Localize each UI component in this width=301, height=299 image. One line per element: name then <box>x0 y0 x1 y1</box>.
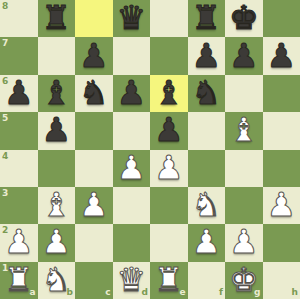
square-a8[interactable]: 8 <box>0 0 38 37</box>
white-pawn-b2[interactable]: ♟ <box>41 225 71 258</box>
square-d3[interactable] <box>113 187 151 224</box>
white-pawn-e4[interactable]: ♟ <box>154 151 184 184</box>
white-pawn-f2[interactable]: ♟ <box>191 225 221 258</box>
square-a5[interactable]: 5 <box>0 112 38 149</box>
black-pawn-h7[interactable]: ♟ <box>266 39 296 72</box>
square-a6[interactable]: 6♟ <box>0 75 38 112</box>
black-rook-f8[interactable]: ♜ <box>191 1 221 34</box>
square-c8[interactable] <box>75 0 113 37</box>
white-bishop-b3[interactable]: ♝ <box>41 188 71 221</box>
black-queen-d8[interactable]: ♛ <box>116 1 146 34</box>
square-c5[interactable] <box>75 112 113 149</box>
rank-label-5: 5 <box>2 114 8 123</box>
square-h7[interactable]: ♟ <box>263 37 301 74</box>
white-pawn-g2[interactable]: ♟ <box>229 225 259 258</box>
white-pawn-c3[interactable]: ♟ <box>79 188 109 221</box>
square-g7[interactable]: ♟ <box>225 37 263 74</box>
chess-board[interactable]: 8♜♛♜♚7♟♟♟♟6♟♝♞♟♝♞5♟♟♝4♟♟3♝♟♞♟2♟♟♟♟1a♜b♞c… <box>0 0 300 299</box>
square-h6[interactable] <box>263 75 301 112</box>
square-c2[interactable] <box>75 224 113 261</box>
square-h4[interactable] <box>263 150 301 187</box>
square-f4[interactable] <box>188 150 226 187</box>
square-b8[interactable]: ♜ <box>38 0 76 37</box>
square-b5[interactable]: ♟ <box>38 112 76 149</box>
square-e2[interactable] <box>150 224 188 261</box>
black-rook-b8[interactable]: ♜ <box>41 1 71 34</box>
square-h3[interactable]: ♟ <box>263 187 301 224</box>
square-b4[interactable] <box>38 150 76 187</box>
black-pawn-f7[interactable]: ♟ <box>191 39 221 72</box>
black-king-g8[interactable]: ♚ <box>229 1 259 34</box>
black-bishop-e6[interactable]: ♝ <box>154 76 184 109</box>
square-c7[interactable]: ♟ <box>75 37 113 74</box>
square-f2[interactable]: ♟ <box>188 224 226 261</box>
square-h5[interactable] <box>263 112 301 149</box>
white-rook-e1[interactable]: ♜ <box>154 263 184 296</box>
square-b3[interactable]: ♝ <box>38 187 76 224</box>
rank-label-8: 8 <box>2 2 8 11</box>
square-g4[interactable] <box>225 150 263 187</box>
square-d6[interactable]: ♟ <box>113 75 151 112</box>
square-g3[interactable] <box>225 187 263 224</box>
square-g2[interactable]: ♟ <box>225 224 263 261</box>
square-g6[interactable] <box>225 75 263 112</box>
square-f1[interactable]: f <box>188 262 226 299</box>
square-d7[interactable] <box>113 37 151 74</box>
square-a2[interactable]: 2♟ <box>0 224 38 261</box>
square-g1[interactable]: g♚ <box>225 262 263 299</box>
square-f7[interactable]: ♟ <box>188 37 226 74</box>
square-f8[interactable]: ♜ <box>188 0 226 37</box>
square-e5[interactable]: ♟ <box>150 112 188 149</box>
square-c3[interactable]: ♟ <box>75 187 113 224</box>
square-e1[interactable]: e♜ <box>150 262 188 299</box>
white-rook-a1[interactable]: ♜ <box>4 263 34 296</box>
square-d1[interactable]: d♛ <box>113 262 151 299</box>
square-d2[interactable] <box>113 224 151 261</box>
square-e4[interactable]: ♟ <box>150 150 188 187</box>
square-c4[interactable] <box>75 150 113 187</box>
black-knight-f6[interactable]: ♞ <box>191 76 221 109</box>
white-pawn-h3[interactable]: ♟ <box>266 188 296 221</box>
rank-label-3: 3 <box>2 189 8 198</box>
square-e8[interactable] <box>150 0 188 37</box>
square-b2[interactable]: ♟ <box>38 224 76 261</box>
square-a1[interactable]: 1a♜ <box>0 262 38 299</box>
black-pawn-d6[interactable]: ♟ <box>116 76 146 109</box>
white-pawn-d4[interactable]: ♟ <box>116 151 146 184</box>
white-knight-f3[interactable]: ♞ <box>191 188 221 221</box>
square-a4[interactable]: 4 <box>0 150 38 187</box>
square-f6[interactable]: ♞ <box>188 75 226 112</box>
square-c6[interactable]: ♞ <box>75 75 113 112</box>
rank-label-7: 7 <box>2 39 8 48</box>
black-pawn-e5[interactable]: ♟ <box>154 113 184 146</box>
black-pawn-b5[interactable]: ♟ <box>41 113 71 146</box>
square-e6[interactable]: ♝ <box>150 75 188 112</box>
rank-label-4: 4 <box>2 152 8 161</box>
square-f5[interactable] <box>188 112 226 149</box>
square-g8[interactable]: ♚ <box>225 0 263 37</box>
square-c1[interactable]: c <box>75 262 113 299</box>
black-pawn-g7[interactable]: ♟ <box>229 39 259 72</box>
white-king-g1[interactable]: ♚ <box>229 263 259 296</box>
square-a3[interactable]: 3 <box>0 187 38 224</box>
square-h2[interactable] <box>263 224 301 261</box>
white-knight-b1[interactable]: ♞ <box>41 263 71 296</box>
square-b6[interactable]: ♝ <box>38 75 76 112</box>
black-pawn-c7[interactable]: ♟ <box>79 39 109 72</box>
square-h8[interactable] <box>263 0 301 37</box>
file-label-c: c <box>105 288 110 297</box>
chess-board-container: 8♜♛♜♚7♟♟♟♟6♟♝♞♟♝♞5♟♟♝4♟♟3♝♟♞♟2♟♟♟♟1a♜b♞c… <box>0 0 300 299</box>
square-e7[interactable] <box>150 37 188 74</box>
square-f3[interactable]: ♞ <box>188 187 226 224</box>
square-a7[interactable]: 7 <box>0 37 38 74</box>
square-g5[interactable]: ♝ <box>225 112 263 149</box>
black-pawn-a6[interactable]: ♟ <box>4 76 34 109</box>
square-b7[interactable] <box>38 37 76 74</box>
square-h1[interactable]: h <box>263 262 301 299</box>
file-label-f: f <box>219 288 223 297</box>
square-b1[interactable]: b♞ <box>38 262 76 299</box>
square-e3[interactable] <box>150 187 188 224</box>
white-bishop-g5[interactable]: ♝ <box>229 113 259 146</box>
black-knight-c6[interactable]: ♞ <box>79 76 109 109</box>
square-d4[interactable]: ♟ <box>113 150 151 187</box>
black-bishop-b6[interactable]: ♝ <box>41 76 71 109</box>
square-d5[interactable] <box>113 112 151 149</box>
file-label-h: h <box>292 288 298 297</box>
white-pawn-a2[interactable]: ♟ <box>4 225 34 258</box>
white-queen-d1[interactable]: ♛ <box>116 263 146 296</box>
square-d8[interactable]: ♛ <box>113 0 151 37</box>
